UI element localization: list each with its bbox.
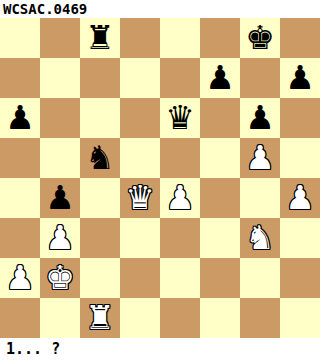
square-h2[interactable] (280, 258, 320, 298)
black-pawn[interactable]: ♟ (205, 58, 235, 98)
black-knight[interactable]: ♞ (85, 138, 115, 178)
square-d8[interactable] (120, 18, 160, 58)
square-b4[interactable]: ♟ (40, 178, 80, 218)
black-pawn[interactable]: ♟ (285, 58, 315, 98)
black-rook[interactable]: ♜ (85, 18, 115, 58)
square-a6[interactable]: ♟ (0, 98, 40, 138)
square-a5[interactable] (0, 138, 40, 178)
square-b2[interactable]: ♚ (40, 258, 80, 298)
square-f1[interactable] (200, 298, 240, 338)
square-d3[interactable] (120, 218, 160, 258)
square-a1[interactable] (0, 298, 40, 338)
black-king[interactable]: ♚ (245, 18, 275, 58)
square-h6[interactable] (280, 98, 320, 138)
square-c6[interactable] (80, 98, 120, 138)
black-pawn[interactable]: ♟ (245, 98, 275, 138)
square-f3[interactable] (200, 218, 240, 258)
square-f8[interactable] (200, 18, 240, 58)
square-c8[interactable]: ♜ (80, 18, 120, 58)
white-pawn[interactable]: ♟ (165, 178, 195, 218)
square-d4[interactable]: ♛ (120, 178, 160, 218)
square-h1[interactable] (280, 298, 320, 338)
white-pawn[interactable]: ♟ (5, 258, 35, 298)
square-h8[interactable] (280, 18, 320, 58)
chess-board: ♜♚♟♟♟♛♟♞♟♟♛♟♟♟♞♟♚♜ (0, 18, 320, 338)
black-pawn[interactable]: ♟ (45, 178, 75, 218)
square-c3[interactable] (80, 218, 120, 258)
square-h4[interactable]: ♟ (280, 178, 320, 218)
square-b1[interactable] (40, 298, 80, 338)
square-c4[interactable] (80, 178, 120, 218)
black-queen[interactable]: ♛ (165, 98, 195, 138)
square-c1[interactable]: ♜ (80, 298, 120, 338)
square-c7[interactable] (80, 58, 120, 98)
square-h7[interactable]: ♟ (280, 58, 320, 98)
square-d7[interactable] (120, 58, 160, 98)
square-d5[interactable] (120, 138, 160, 178)
white-pawn[interactable]: ♟ (45, 218, 75, 258)
white-queen[interactable]: ♛ (125, 178, 155, 218)
white-pawn[interactable]: ♟ (285, 178, 315, 218)
square-e8[interactable] (160, 18, 200, 58)
square-d1[interactable] (120, 298, 160, 338)
square-f4[interactable] (200, 178, 240, 218)
square-e7[interactable] (160, 58, 200, 98)
square-h3[interactable] (280, 218, 320, 258)
square-e6[interactable]: ♛ (160, 98, 200, 138)
puzzle-id: WCSAC.0469 (0, 0, 320, 18)
square-f5[interactable] (200, 138, 240, 178)
square-b5[interactable] (40, 138, 80, 178)
white-knight[interactable]: ♞ (245, 218, 275, 258)
square-e4[interactable]: ♟ (160, 178, 200, 218)
square-g5[interactable]: ♟ (240, 138, 280, 178)
white-rook[interactable]: ♜ (85, 298, 115, 338)
square-g2[interactable] (240, 258, 280, 298)
square-b7[interactable] (40, 58, 80, 98)
square-g8[interactable]: ♚ (240, 18, 280, 58)
square-b3[interactable]: ♟ (40, 218, 80, 258)
square-g3[interactable]: ♞ (240, 218, 280, 258)
square-c2[interactable] (80, 258, 120, 298)
square-a8[interactable] (0, 18, 40, 58)
square-a4[interactable] (0, 178, 40, 218)
square-f7[interactable]: ♟ (200, 58, 240, 98)
square-a7[interactable] (0, 58, 40, 98)
square-g4[interactable] (240, 178, 280, 218)
square-f6[interactable] (200, 98, 240, 138)
square-b8[interactable] (40, 18, 80, 58)
square-d6[interactable] (120, 98, 160, 138)
white-king[interactable]: ♚ (45, 258, 75, 298)
square-e3[interactable] (160, 218, 200, 258)
square-f2[interactable] (200, 258, 240, 298)
square-g1[interactable] (240, 298, 280, 338)
square-g6[interactable]: ♟ (240, 98, 280, 138)
black-pawn[interactable]: ♟ (5, 98, 35, 138)
square-e1[interactable] (160, 298, 200, 338)
square-a2[interactable]: ♟ (0, 258, 40, 298)
square-a3[interactable] (0, 218, 40, 258)
square-c5[interactable]: ♞ (80, 138, 120, 178)
square-e2[interactable] (160, 258, 200, 298)
square-b6[interactable] (40, 98, 80, 138)
square-d2[interactable] (120, 258, 160, 298)
square-g7[interactable] (240, 58, 280, 98)
square-e5[interactable] (160, 138, 200, 178)
move-prompt: 1... ? (0, 338, 320, 360)
square-h5[interactable] (280, 138, 320, 178)
white-pawn[interactable]: ♟ (245, 138, 275, 178)
